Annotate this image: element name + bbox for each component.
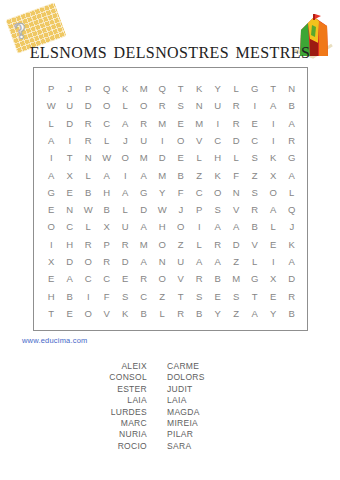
- grid-cell: B: [283, 305, 302, 322]
- grid-cell: U: [116, 218, 135, 235]
- grid-cell: W: [98, 149, 117, 166]
- grid-cell: R: [79, 236, 98, 253]
- word-item: ESTER: [67, 384, 147, 395]
- word-item: LAIA: [167, 395, 247, 406]
- grid-cell: V: [98, 305, 117, 322]
- grid-cell: O: [172, 218, 191, 235]
- grid-cell: M: [135, 80, 154, 97]
- grid-cell: E: [209, 287, 228, 304]
- grid-cell: D: [227, 236, 246, 253]
- letter-grid: PJPQKMQTKYLGTNWUDOLORSNURIABLDRCARMEMIRE…: [42, 80, 301, 322]
- grid-cell: C: [98, 270, 117, 287]
- grid-cell: P: [79, 80, 98, 97]
- grid-cell: V: [190, 132, 209, 149]
- grid-cell: U: [135, 132, 154, 149]
- grid-cell: T: [172, 80, 191, 97]
- grid-cell: M: [153, 166, 172, 183]
- grid-cell: S: [172, 97, 191, 114]
- word-item: CONSOL: [67, 372, 147, 383]
- grid-cell: R: [79, 132, 98, 149]
- grid-cell: R: [227, 115, 246, 132]
- grid-cell: K: [190, 80, 209, 97]
- grid-cell: S: [116, 287, 135, 304]
- grid-cell: N: [190, 97, 209, 114]
- grid-cell: C: [135, 287, 154, 304]
- website-link[interactable]: www.educima.com: [22, 336, 88, 345]
- wordsearch-grid: PJPQKMQTKYLGTNWUDOLORSNURIABLDRCARMEMIRE…: [33, 67, 308, 331]
- grid-cell: A: [135, 166, 154, 183]
- grid-cell: C: [246, 132, 265, 149]
- grid-cell: Z: [227, 305, 246, 322]
- grid-cell: C: [79, 270, 98, 287]
- grid-cell: B: [61, 287, 80, 304]
- grid-cell: N: [79, 149, 98, 166]
- grid-cell: I: [246, 97, 265, 114]
- grid-cell: W: [42, 97, 61, 114]
- grid-cell: R: [153, 97, 172, 114]
- word-item: LURDES: [67, 407, 147, 418]
- grid-cell: R: [135, 270, 154, 287]
- grid-cell: G: [283, 149, 302, 166]
- page-title: ELSNOMS DELSNOSTRES MESTRES: [0, 44, 340, 62]
- grid-cell: I: [153, 132, 172, 149]
- grid-cell: I: [190, 218, 209, 235]
- word-item: LAIA: [67, 395, 147, 406]
- grid-cell: Z: [190, 166, 209, 183]
- grid-cell: D: [116, 253, 135, 270]
- grid-cell: H: [61, 236, 80, 253]
- word-list: ALEIXCONSOLESTERLAIALURDESMARCNURIAROCIO…: [0, 361, 327, 452]
- grid-cell: E: [61, 184, 80, 201]
- grid-cell: R: [283, 132, 302, 149]
- word-item: ROCIO: [67, 441, 147, 452]
- grid-cell: Y: [209, 80, 228, 97]
- grid-cell: L: [190, 149, 209, 166]
- grid-cell: S: [227, 287, 246, 304]
- grid-cell: T: [264, 80, 283, 97]
- grid-cell: R: [246, 201, 265, 218]
- grid-cell: R: [190, 270, 209, 287]
- grid-cell: L: [153, 305, 172, 322]
- grid-cell: H: [42, 287, 61, 304]
- grid-cell: A: [98, 166, 117, 183]
- grid-cell: P: [190, 201, 209, 218]
- grid-cell: I: [61, 132, 80, 149]
- grid-cell: K: [116, 80, 135, 97]
- grid-cell: D: [61, 253, 80, 270]
- grid-cell: R: [79, 115, 98, 132]
- word-item: PILAR: [167, 429, 247, 440]
- grid-cell: T: [172, 287, 191, 304]
- grid-cell: L: [246, 253, 265, 270]
- grid-cell: L: [116, 97, 135, 114]
- grid-cell: A: [116, 115, 135, 132]
- grid-cell: G: [135, 184, 154, 201]
- grid-cell: N: [227, 184, 246, 201]
- grid-cell: A: [264, 97, 283, 114]
- grid-cell: O: [116, 149, 135, 166]
- grid-cell: I: [264, 253, 283, 270]
- grid-cell: R: [172, 305, 191, 322]
- grid-cell: J: [116, 132, 135, 149]
- grid-cell: H: [98, 184, 117, 201]
- grid-cell: A: [42, 166, 61, 183]
- grid-cell: U: [61, 97, 80, 114]
- grid-cell: E: [116, 270, 135, 287]
- grid-cell: D: [153, 149, 172, 166]
- grid-cell: A: [227, 218, 246, 235]
- grid-cell: M: [190, 115, 209, 132]
- grid-cell: E: [264, 287, 283, 304]
- grid-cell: I: [79, 287, 98, 304]
- grid-cell: Y: [264, 305, 283, 322]
- grid-cell: R: [116, 236, 135, 253]
- grid-cell: B: [98, 201, 117, 218]
- word-item: NURIA: [67, 429, 147, 440]
- grid-cell: A: [209, 253, 228, 270]
- grid-cell: F: [172, 184, 191, 201]
- grid-cell: M: [135, 149, 154, 166]
- grid-cell: Q: [283, 201, 302, 218]
- grid-cell: L: [190, 236, 209, 253]
- grid-cell: T: [61, 149, 80, 166]
- grid-cell: I: [116, 166, 135, 183]
- grid-cell: H: [209, 149, 228, 166]
- grid-cell: Z: [246, 166, 265, 183]
- grid-cell: A: [116, 184, 135, 201]
- grid-cell: L: [227, 149, 246, 166]
- grid-cell: E: [172, 149, 191, 166]
- grid-cell: X: [264, 270, 283, 287]
- grid-cell: C: [98, 115, 117, 132]
- grid-cell: J: [172, 201, 191, 218]
- grid-cell: K: [116, 305, 135, 322]
- grid-cell: O: [79, 305, 98, 322]
- grid-cell: I: [42, 236, 61, 253]
- grid-cell: K: [264, 149, 283, 166]
- grid-cell: Y: [209, 305, 228, 322]
- grid-cell: D: [227, 132, 246, 149]
- grid-cell: O: [264, 184, 283, 201]
- grid-cell: A: [283, 115, 302, 132]
- word-item: SARA: [167, 441, 247, 452]
- grid-cell: V: [172, 270, 191, 287]
- grid-cell: X: [61, 166, 80, 183]
- grid-cell: R: [227, 97, 246, 114]
- word-item: MAGDA: [167, 407, 247, 418]
- grid-cell: A: [264, 201, 283, 218]
- grid-cell: I: [264, 115, 283, 132]
- grid-cell: L: [79, 218, 98, 235]
- grid-cell: I: [42, 149, 61, 166]
- word-list-right-column: CARMEDOLORSJUDITLAIAMAGDAMIREIAPILARSARA: [167, 361, 247, 452]
- grid-cell: D: [135, 201, 154, 218]
- grid-cell: X: [42, 253, 61, 270]
- grid-cell: S: [246, 149, 265, 166]
- grid-cell: P: [42, 80, 61, 97]
- grid-cell: W: [79, 201, 98, 218]
- grid-cell: A: [209, 218, 228, 235]
- grid-cell: G: [246, 270, 265, 287]
- grid-cell: U: [172, 253, 191, 270]
- grid-cell: Y: [153, 184, 172, 201]
- grid-cell: A: [283, 166, 302, 183]
- grid-cell: X: [98, 218, 117, 235]
- word-item: MIREIA: [167, 418, 247, 429]
- grid-cell: E: [172, 115, 191, 132]
- grid-cell: B: [135, 305, 154, 322]
- grid-cell: L: [116, 201, 135, 218]
- grid-cell: O: [153, 236, 172, 253]
- grid-cell: N: [153, 253, 172, 270]
- grid-cell: D: [79, 97, 98, 114]
- grid-cell: O: [79, 253, 98, 270]
- grid-cell: T: [42, 305, 61, 322]
- grid-cell: P: [98, 236, 117, 253]
- grid-cell: B: [190, 305, 209, 322]
- grid-cell: R: [209, 236, 228, 253]
- grid-cell: K: [209, 166, 228, 183]
- grid-cell: I: [264, 132, 283, 149]
- grid-cell: R: [98, 253, 117, 270]
- grid-cell: O: [135, 97, 154, 114]
- grid-cell: B: [209, 270, 228, 287]
- grid-cell: B: [246, 218, 265, 235]
- grid-cell: M: [227, 270, 246, 287]
- grid-cell: I: [209, 115, 228, 132]
- grid-cell: C: [190, 184, 209, 201]
- word-list-gap: [147, 361, 167, 452]
- grid-cell: E: [61, 305, 80, 322]
- grid-cell: L: [42, 115, 61, 132]
- grid-cell: F: [227, 166, 246, 183]
- grid-cell: L: [98, 132, 117, 149]
- grid-cell: Z: [153, 287, 172, 304]
- grid-cell: G: [42, 184, 61, 201]
- grid-cell: U: [209, 97, 228, 114]
- worksheet-page: ? ELSNOMS DELSNOSTRES MESTRES PJPQKMQTKY…: [0, 0, 340, 480]
- grid-cell: B: [283, 97, 302, 114]
- grid-cell: H: [153, 218, 172, 235]
- grid-cell: T: [246, 287, 265, 304]
- grid-cell: J: [283, 218, 302, 235]
- grid-cell: S: [190, 287, 209, 304]
- question-mark-icon: ?: [12, 17, 29, 45]
- word-item: CARME: [167, 361, 247, 372]
- grid-cell: O: [42, 218, 61, 235]
- grid-cell: Z: [172, 236, 191, 253]
- grid-cell: A: [283, 253, 302, 270]
- grid-cell: C: [209, 132, 228, 149]
- grid-cell: E: [264, 236, 283, 253]
- grid-cell: D: [283, 270, 302, 287]
- grid-cell: A: [61, 270, 80, 287]
- word-list-left-column: ALEIXCONSOLESTERLAIALURDESMARCNURIAROCIO: [67, 361, 147, 452]
- grid-cell: D: [61, 115, 80, 132]
- grid-cell: Q: [98, 80, 117, 97]
- word-item: ALEIX: [67, 361, 147, 372]
- grid-cell: R: [135, 115, 154, 132]
- grid-cell: A: [42, 132, 61, 149]
- grid-cell: O: [172, 132, 191, 149]
- grid-cell: Z: [227, 253, 246, 270]
- grid-cell: L: [79, 166, 98, 183]
- grid-cell: E: [246, 115, 265, 132]
- grid-cell: X: [264, 166, 283, 183]
- grid-cell: M: [135, 236, 154, 253]
- grid-cell: A: [190, 253, 209, 270]
- grid-cell: S: [209, 201, 228, 218]
- grid-cell: A: [246, 305, 265, 322]
- grid-cell: N: [61, 201, 80, 218]
- grid-cell: J: [61, 80, 80, 97]
- grid-cell: O: [98, 97, 117, 114]
- word-item: DOLORS: [167, 372, 247, 383]
- grid-cell: O: [209, 184, 228, 201]
- grid-cell: L: [264, 218, 283, 235]
- grid-cell: E: [42, 201, 61, 218]
- grid-cell: M: [153, 115, 172, 132]
- grid-cell: G: [246, 80, 265, 97]
- grid-cell: Q: [153, 80, 172, 97]
- grid-cell: F: [98, 287, 117, 304]
- grid-cell: A: [135, 218, 154, 235]
- word-item: JUDIT: [167, 384, 247, 395]
- grid-cell: O: [153, 270, 172, 287]
- grid-cell: K: [283, 236, 302, 253]
- grid-cell: L: [227, 80, 246, 97]
- grid-cell: B: [172, 166, 191, 183]
- grid-cell: V: [227, 201, 246, 218]
- grid-cell: W: [153, 201, 172, 218]
- grid-cell: B: [79, 184, 98, 201]
- grid-cell: R: [283, 287, 302, 304]
- grid-cell: L: [283, 184, 302, 201]
- word-item: MARC: [67, 418, 147, 429]
- grid-cell: E: [42, 270, 61, 287]
- grid-cell: C: [61, 218, 80, 235]
- grid-cell: V: [246, 236, 265, 253]
- grid-cell: S: [246, 184, 265, 201]
- grid-cell: N: [283, 80, 302, 97]
- grid-cell: A: [135, 253, 154, 270]
